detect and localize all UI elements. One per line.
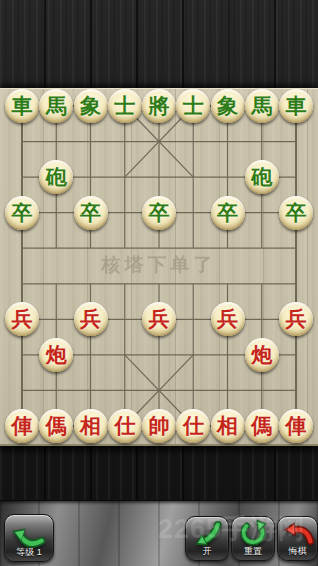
- piece-glyph: 卒: [149, 196, 170, 230]
- piece-glyph: 兵: [12, 302, 33, 336]
- undo-button[interactable]: 悔棋: [277, 516, 318, 561]
- piece-green-general[interactable]: 將: [142, 89, 176, 123]
- level-button-label: 等级 1: [5, 546, 53, 559]
- piece-glyph: 象: [80, 89, 101, 123]
- piece-glyph: 象: [217, 89, 238, 123]
- piece-red-soldier[interactable]: 兵: [211, 302, 245, 336]
- piece-glyph: 卒: [12, 196, 33, 230]
- piece-glyph: 傌: [46, 409, 67, 443]
- board-grid: [0, 89, 318, 444]
- piece-glyph: 俥: [12, 409, 33, 443]
- reset-refresh-icon: [237, 518, 269, 548]
- piece-green-soldier[interactable]: 卒: [142, 196, 176, 230]
- level-button[interactable]: 等级 1: [4, 514, 54, 562]
- xiangqi-board[interactable]: 核塔下单了 車馬象士將士象馬車砲砲卒卒卒卒卒兵兵兵兵兵炮炮俥傌相仕帥仕相傌俥: [0, 88, 318, 446]
- piece-glyph: 傌: [251, 409, 272, 443]
- piece-glyph: 馬: [251, 89, 272, 123]
- undo-arrow-icon: [281, 518, 315, 548]
- piece-glyph: 卒: [80, 196, 101, 230]
- piece-red-horse[interactable]: 傌: [39, 409, 73, 443]
- piece-red-advisor[interactable]: 仕: [108, 409, 142, 443]
- piece-glyph: 車: [12, 89, 33, 123]
- piece-glyph: 炮: [46, 338, 67, 372]
- piece-glyph: 相: [80, 409, 101, 443]
- undo-button-label: 悔棋: [278, 545, 317, 558]
- piece-green-chariot[interactable]: 車: [279, 89, 313, 123]
- piece-glyph: 砲: [251, 160, 272, 194]
- piece-glyph: 兵: [149, 302, 170, 336]
- piece-green-soldier[interactable]: 卒: [5, 196, 39, 230]
- piece-glyph: 馬: [46, 89, 67, 123]
- level-arrow-icon: [11, 516, 47, 548]
- piece-glyph: 兵: [80, 302, 101, 336]
- piece-green-cannon[interactable]: 砲: [245, 160, 279, 194]
- piece-glyph: 兵: [217, 302, 238, 336]
- piece-glyph: 帥: [149, 409, 170, 443]
- piece-glyph: 將: [149, 89, 170, 123]
- piece-green-horse[interactable]: 馬: [245, 89, 279, 123]
- piece-green-chariot[interactable]: 車: [5, 89, 39, 123]
- piece-glyph: 士: [114, 89, 135, 123]
- start-button[interactable]: 开: [185, 516, 229, 561]
- piece-green-soldier[interactable]: 卒: [279, 196, 313, 230]
- piece-green-soldier[interactable]: 卒: [211, 196, 245, 230]
- piece-glyph: 兵: [286, 302, 307, 336]
- piece-red-general[interactable]: 帥: [142, 409, 176, 443]
- piece-glyph: 士: [183, 89, 204, 123]
- piece-glyph: 仕: [114, 409, 135, 443]
- piece-green-elephant[interactable]: 象: [211, 89, 245, 123]
- piece-glyph: 炮: [251, 338, 272, 372]
- piece-red-cannon[interactable]: 炮: [39, 338, 73, 372]
- piece-green-soldier[interactable]: 卒: [74, 196, 108, 230]
- piece-glyph: 砲: [46, 160, 67, 194]
- reset-button[interactable]: 重置: [231, 516, 275, 561]
- piece-red-soldier[interactable]: 兵: [74, 302, 108, 336]
- start-arrow-icon: [190, 518, 224, 548]
- piece-glyph: 相: [217, 409, 238, 443]
- start-button-label: 开: [186, 545, 228, 558]
- reset-button-label: 重置: [232, 545, 274, 558]
- piece-red-elephant[interactable]: 相: [74, 409, 108, 443]
- piece-green-advisor[interactable]: 士: [176, 89, 210, 123]
- piece-green-advisor[interactable]: 士: [108, 89, 142, 123]
- piece-red-chariot[interactable]: 俥: [279, 409, 313, 443]
- app-screen: 核塔下单了 車馬象士將士象馬車砲砲卒卒卒卒卒兵兵兵兵兵炮炮俥傌相仕帥仕相傌俥 等…: [0, 0, 318, 566]
- piece-red-chariot[interactable]: 俥: [5, 409, 39, 443]
- piece-green-horse[interactable]: 馬: [39, 89, 73, 123]
- piece-red-advisor[interactable]: 仕: [176, 409, 210, 443]
- piece-green-elephant[interactable]: 象: [74, 89, 108, 123]
- piece-glyph: 卒: [217, 196, 238, 230]
- piece-glyph: 俥: [286, 409, 307, 443]
- piece-red-cannon[interactable]: 炮: [245, 338, 279, 372]
- piece-glyph: 卒: [286, 196, 307, 230]
- piece-glyph: 車: [286, 89, 307, 123]
- piece-red-horse[interactable]: 傌: [245, 409, 279, 443]
- piece-red-elephant[interactable]: 相: [211, 409, 245, 443]
- piece-glyph: 仕: [183, 409, 204, 443]
